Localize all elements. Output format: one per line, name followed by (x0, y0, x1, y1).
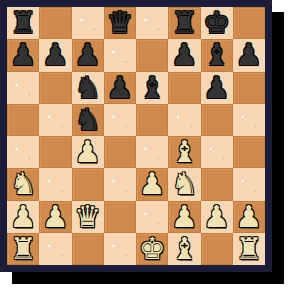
white-pawn-b2: ♟ (42, 201, 69, 233)
square-d7[interactable] (104, 39, 136, 71)
square-h2[interactable]: ♟ (233, 201, 265, 233)
square-f2[interactable]: ♟ (168, 201, 200, 233)
square-a2[interactable]: ♟ (7, 201, 39, 233)
square-g1[interactable] (201, 233, 233, 265)
square-f6[interactable] (168, 72, 200, 104)
square-e6[interactable]: ♝ (136, 72, 168, 104)
black-pawn-a7: ♟ (10, 39, 37, 71)
black-pawn-b7: ♟ (42, 39, 69, 71)
square-d5[interactable] (104, 104, 136, 136)
white-pawn-a2: ♟ (10, 201, 37, 233)
black-knight-c6: ♞ (74, 72, 101, 104)
square-e2[interactable] (136, 201, 168, 233)
square-c7[interactable]: ♟ (72, 39, 104, 71)
square-a6[interactable] (7, 72, 39, 104)
square-a8[interactable]: ♜ (7, 7, 39, 39)
square-d8[interactable]: ♛ (104, 7, 136, 39)
white-bishop-f1: ♝ (171, 233, 198, 265)
black-rook-f8: ♜ (171, 7, 198, 39)
white-bishop-f4: ♝ (171, 136, 198, 168)
square-f7[interactable]: ♟ (168, 39, 200, 71)
white-knight-f3: ♞ (171, 168, 198, 200)
square-h6[interactable] (233, 72, 265, 104)
white-pawn-c4: ♟ (74, 136, 101, 168)
square-h3[interactable] (233, 168, 265, 200)
black-king-g8: ♚ (203, 7, 230, 39)
square-e1[interactable]: ♚ (136, 233, 168, 265)
square-b2[interactable]: ♟ (39, 201, 71, 233)
square-d1[interactable] (104, 233, 136, 265)
square-a4[interactable] (7, 136, 39, 168)
square-e4[interactable] (136, 136, 168, 168)
square-g7[interactable]: ♝ (201, 39, 233, 71)
black-pawn-h7: ♟ (235, 39, 262, 71)
square-b7[interactable]: ♟ (39, 39, 71, 71)
black-pawn-d6: ♟ (106, 72, 133, 104)
square-c8[interactable] (72, 7, 104, 39)
square-g4[interactable] (201, 136, 233, 168)
square-c3[interactable] (72, 168, 104, 200)
black-pawn-f7: ♟ (171, 39, 198, 71)
square-d4[interactable] (104, 136, 136, 168)
white-queen-c2: ♛ (74, 201, 101, 233)
white-pawn-f2: ♟ (171, 201, 198, 233)
chess-board-frame: ♜♛♜♚♟♟♟♟♝♟♞♟♝♟♞♟♝♞♟♞♟♟♛♟♟♟♜♚♝♜ (0, 0, 272, 272)
white-rook-h1: ♜ (235, 233, 262, 265)
square-c6[interactable]: ♞ (72, 72, 104, 104)
square-h4[interactable] (233, 136, 265, 168)
chess-board: ♜♛♜♚♟♟♟♟♝♟♞♟♝♟♞♟♝♞♟♞♟♟♛♟♟♟♜♚♝♜ (7, 7, 265, 265)
square-d3[interactable] (104, 168, 136, 200)
square-f5[interactable] (168, 104, 200, 136)
square-g3[interactable] (201, 168, 233, 200)
square-b1[interactable] (39, 233, 71, 265)
square-e5[interactable] (136, 104, 168, 136)
white-king-e1: ♚ (139, 233, 166, 265)
black-pawn-g6: ♟ (203, 72, 230, 104)
square-h5[interactable] (233, 104, 265, 136)
white-pawn-e3: ♟ (139, 168, 166, 200)
square-d6[interactable]: ♟ (104, 72, 136, 104)
square-b6[interactable] (39, 72, 71, 104)
square-a5[interactable] (7, 104, 39, 136)
square-a1[interactable]: ♜ (7, 233, 39, 265)
square-b4[interactable] (39, 136, 71, 168)
square-c4[interactable]: ♟ (72, 136, 104, 168)
square-g2[interactable]: ♟ (201, 201, 233, 233)
square-a3[interactable]: ♞ (7, 168, 39, 200)
square-c1[interactable] (72, 233, 104, 265)
square-f8[interactable]: ♜ (168, 7, 200, 39)
black-queen-d8: ♛ (106, 7, 133, 39)
white-pawn-g2: ♟ (203, 201, 230, 233)
square-c5[interactable]: ♞ (72, 104, 104, 136)
square-b3[interactable] (39, 168, 71, 200)
square-g8[interactable]: ♚ (201, 7, 233, 39)
white-knight-a3: ♞ (10, 168, 37, 200)
square-e3[interactable]: ♟ (136, 168, 168, 200)
square-f4[interactable]: ♝ (168, 136, 200, 168)
square-c2[interactable]: ♛ (72, 201, 104, 233)
square-d2[interactable] (104, 201, 136, 233)
white-pawn-h2: ♟ (235, 201, 262, 233)
black-pawn-c7: ♟ (74, 39, 101, 71)
square-e7[interactable] (136, 39, 168, 71)
square-g5[interactable] (201, 104, 233, 136)
square-a7[interactable]: ♟ (7, 39, 39, 71)
black-bishop-g7: ♝ (203, 39, 230, 71)
square-h1[interactable]: ♜ (233, 233, 265, 265)
square-f3[interactable]: ♞ (168, 168, 200, 200)
square-h8[interactable] (233, 7, 265, 39)
square-e8[interactable] (136, 7, 168, 39)
square-h7[interactable]: ♟ (233, 39, 265, 71)
square-b5[interactable] (39, 104, 71, 136)
black-bishop-e6: ♝ (139, 72, 166, 104)
black-rook-a8: ♜ (10, 7, 37, 39)
square-g6[interactable]: ♟ (201, 72, 233, 104)
black-knight-c5: ♞ (74, 104, 101, 136)
square-b8[interactable] (39, 7, 71, 39)
square-f1[interactable]: ♝ (168, 233, 200, 265)
white-rook-a1: ♜ (10, 233, 37, 265)
